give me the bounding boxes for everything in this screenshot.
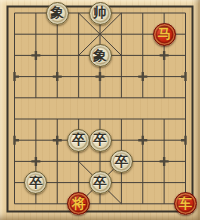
red-general-glyph: 将 bbox=[72, 197, 86, 211]
red-chariot-glyph: 车 bbox=[179, 197, 193, 211]
ivory-soldier-glyph: 卒 bbox=[93, 176, 107, 190]
ivory-soldier-glyph: 卒 bbox=[93, 133, 107, 147]
ivory-soldier[interactable]: 卒 bbox=[110, 150, 133, 173]
ivory-soldier-glyph: 卒 bbox=[29, 176, 43, 190]
ivory-elephant[interactable]: 象 bbox=[89, 44, 112, 67]
ivory-soldier[interactable]: 卒 bbox=[89, 171, 112, 194]
ivory-elephant[interactable]: 象 bbox=[46, 2, 69, 25]
ivory-elephant-glyph: 象 bbox=[51, 6, 65, 20]
ivory-elephant-glyph: 象 bbox=[93, 49, 107, 63]
xiangqi-app: 象帅马象卒卒卒卒卒将车 bbox=[0, 0, 200, 220]
ivory-general[interactable]: 帅 bbox=[89, 2, 112, 25]
red-horse[interactable]: 马 bbox=[153, 23, 176, 46]
ivory-soldier-glyph: 卒 bbox=[72, 133, 86, 147]
red-horse-glyph: 马 bbox=[157, 27, 171, 41]
pieces-layer: 象帅马象卒卒卒卒卒将车 bbox=[0, 0, 200, 220]
ivory-general-glyph: 帅 bbox=[93, 6, 107, 20]
red-general[interactable]: 将 bbox=[67, 192, 90, 215]
ivory-soldier[interactable]: 卒 bbox=[89, 129, 112, 152]
red-chariot[interactable]: 车 bbox=[174, 192, 197, 215]
ivory-soldier-glyph: 卒 bbox=[115, 155, 129, 169]
ivory-soldier[interactable]: 卒 bbox=[24, 171, 47, 194]
ivory-soldier[interactable]: 卒 bbox=[67, 129, 90, 152]
